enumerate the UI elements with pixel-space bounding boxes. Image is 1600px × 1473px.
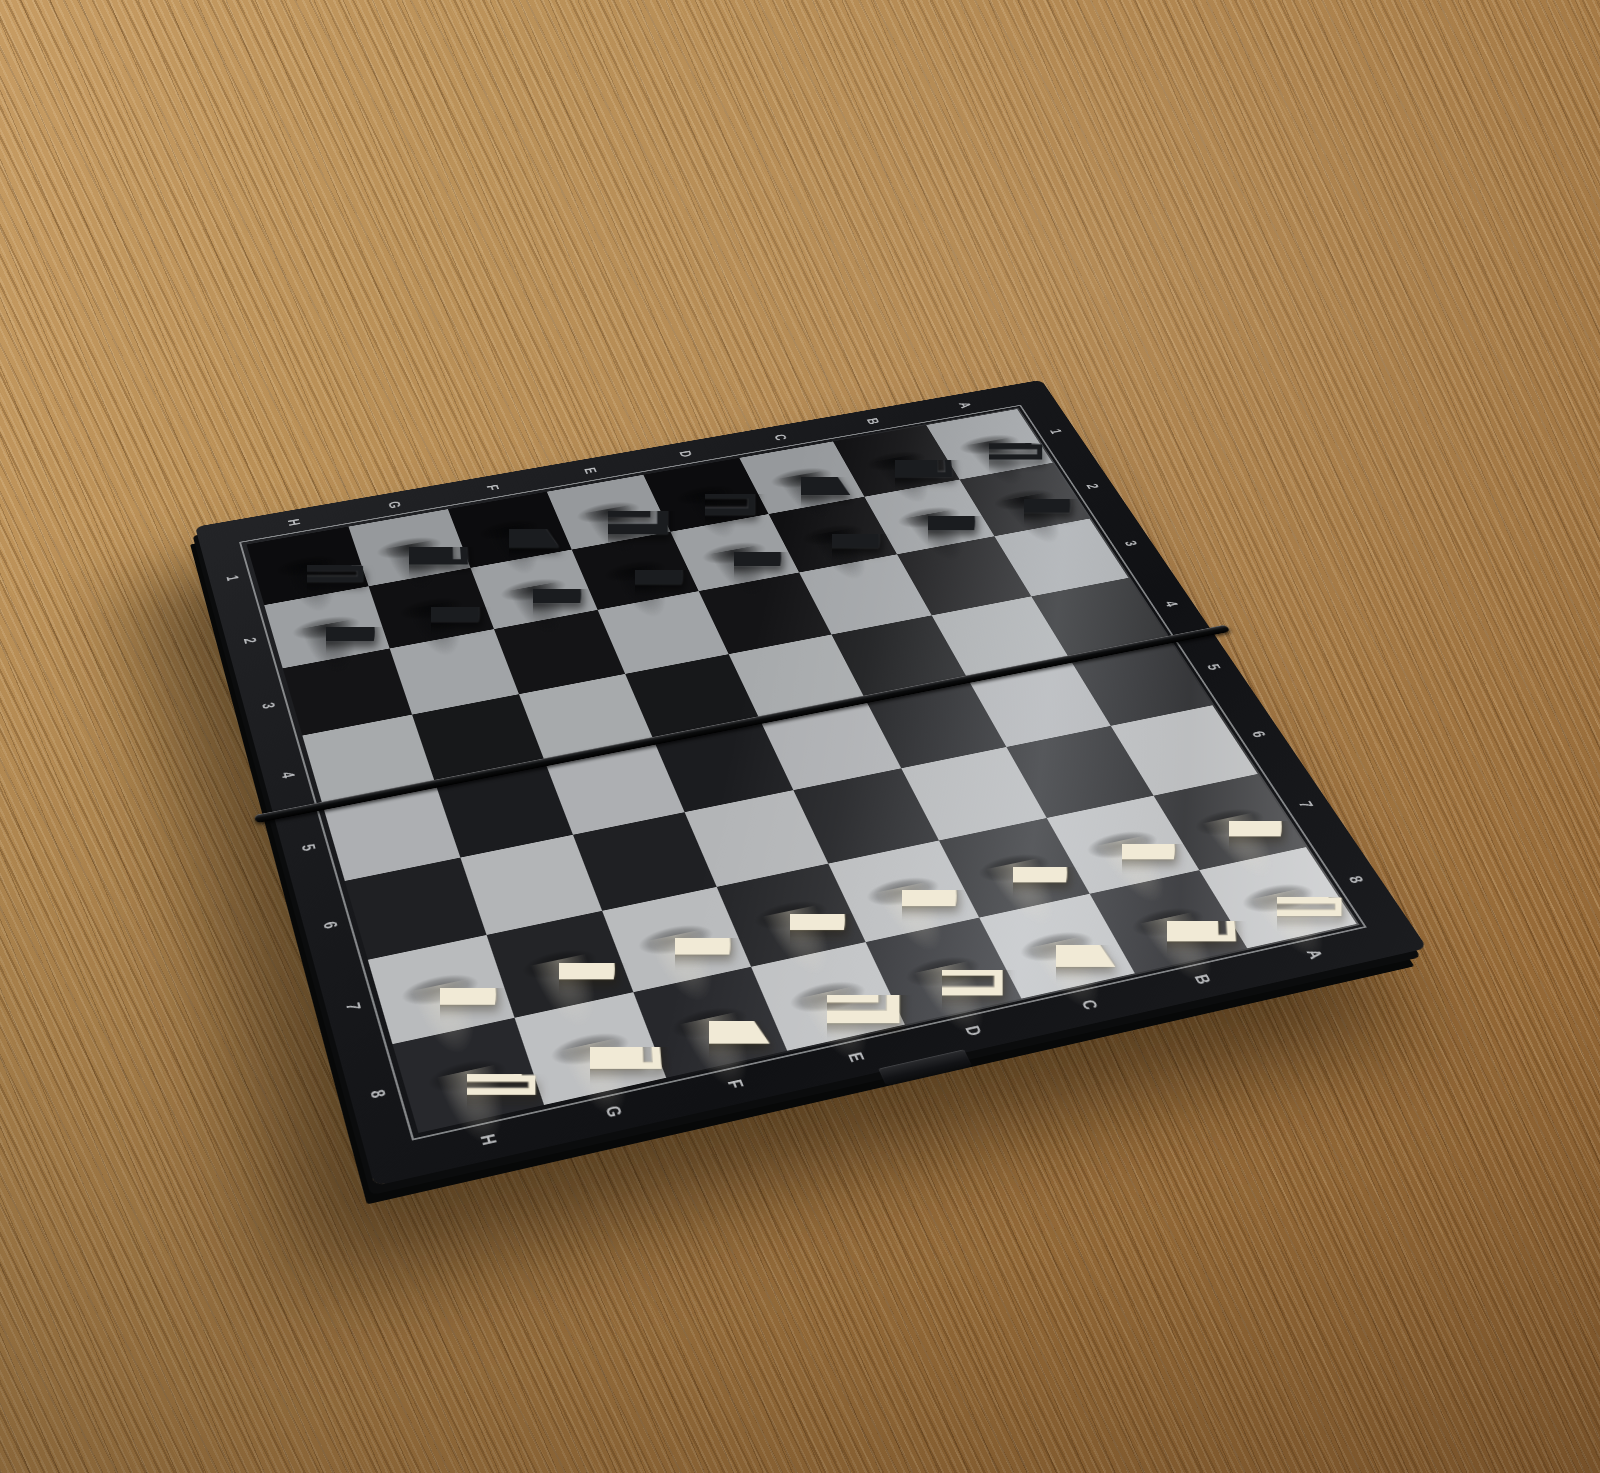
rank-label-3-right: 3 [1116, 535, 1145, 552]
rank-label-3-left: 3 [254, 696, 282, 715]
rank-label-8-left: 8 [361, 1081, 394, 1106]
rank-label-4-right: 4 [1156, 595, 1186, 613]
rank-label-2-left: 2 [236, 632, 263, 650]
board-3d-wrapper: HGFEDCBA HGFEDCBA 12345678 12345678 ♜♞♝♚… [195, 380, 1427, 1186]
board-scene: HGFEDCBA HGFEDCBA 12345678 12345678 ♜♞♝♚… [0, 0, 1600, 1473]
rank-label-4-left: 4 [273, 765, 302, 785]
product-photo: HGFEDCBA HGFEDCBA 12345678 12345678 ♜♞♝♚… [0, 0, 1600, 1473]
square-h5[interactable] [302, 714, 435, 806]
